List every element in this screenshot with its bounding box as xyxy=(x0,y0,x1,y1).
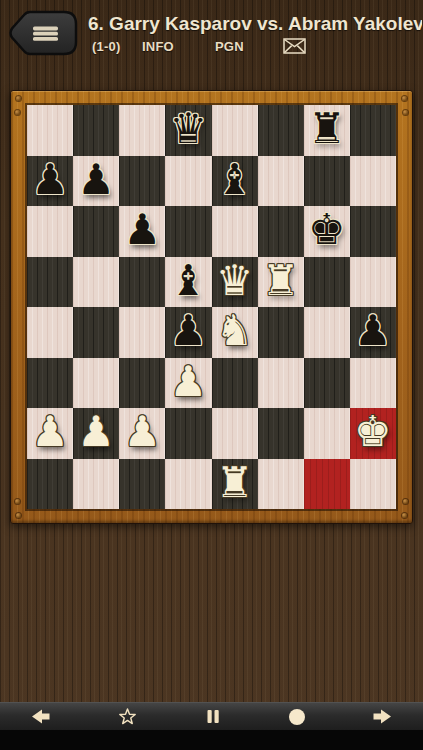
envelope-icon[interactable] xyxy=(283,38,306,54)
favorite-button[interactable] xyxy=(117,707,138,727)
square-a2[interactable]: ♟ xyxy=(27,408,73,459)
piece-white-king: ♚ xyxy=(354,411,392,453)
square-h3[interactable] xyxy=(350,358,396,409)
square-h4[interactable]: ♟ xyxy=(350,307,396,358)
piece-white-queen: ♛ xyxy=(216,260,254,302)
square-c2[interactable]: ♟ xyxy=(119,408,165,459)
square-b4[interactable] xyxy=(73,307,119,358)
record-icon xyxy=(288,708,306,726)
square-e7[interactable]: ♝ xyxy=(212,156,258,207)
piece-black-pawn: ♟ xyxy=(354,310,392,352)
bottom-filler xyxy=(0,730,423,750)
square-d2[interactable] xyxy=(165,408,211,459)
hamburger-menu-icon xyxy=(33,27,58,41)
chess-board-frame: ♛♜♟♟♝♟♚♝♛♜♟♞♟♟♟♟♟♚♜ xyxy=(10,90,413,524)
screw-icon xyxy=(402,96,407,101)
square-b8[interactable] xyxy=(73,105,119,156)
piece-white-pawn: ♟ xyxy=(170,361,208,403)
pause-button[interactable] xyxy=(204,708,222,725)
square-d3[interactable]: ♟ xyxy=(165,358,211,409)
square-h7[interactable] xyxy=(350,156,396,207)
square-h2[interactable]: ♚ xyxy=(350,408,396,459)
pause-icon xyxy=(204,708,222,725)
square-g8[interactable]: ♜ xyxy=(304,105,350,156)
square-d8[interactable]: ♛ xyxy=(165,105,211,156)
square-e4[interactable]: ♞ xyxy=(212,307,258,358)
square-a7[interactable]: ♟ xyxy=(27,156,73,207)
square-a4[interactable] xyxy=(27,307,73,358)
screw-icon xyxy=(15,110,20,115)
square-f4[interactable] xyxy=(258,307,304,358)
square-c3[interactable] xyxy=(119,358,165,409)
square-g7[interactable] xyxy=(304,156,350,207)
piece-black-rook: ♜ xyxy=(308,108,346,150)
square-a1[interactable] xyxy=(27,459,73,510)
piece-white-pawn: ♟ xyxy=(77,411,115,453)
square-e2[interactable] xyxy=(212,408,258,459)
square-g5[interactable] xyxy=(304,257,350,308)
square-g1[interactable] xyxy=(304,459,350,510)
piece-black-bishop: ♝ xyxy=(170,260,208,302)
next-move-button[interactable] xyxy=(372,708,393,725)
square-b1[interactable] xyxy=(73,459,119,510)
square-b5[interactable] xyxy=(73,257,119,308)
square-d4[interactable]: ♟ xyxy=(165,307,211,358)
result-label: (1-0) xyxy=(92,39,120,54)
piece-white-rook: ♜ xyxy=(216,462,254,504)
back-menu-button[interactable] xyxy=(8,10,78,56)
square-h6[interactable] xyxy=(350,206,396,257)
square-g3[interactable] xyxy=(304,358,350,409)
square-f1[interactable] xyxy=(258,459,304,510)
screw-icon xyxy=(403,110,408,115)
square-f2[interactable] xyxy=(258,408,304,459)
screw-icon xyxy=(16,513,21,518)
star-icon xyxy=(117,707,138,727)
square-f5[interactable]: ♜ xyxy=(258,257,304,308)
previous-move-icon xyxy=(30,708,51,725)
square-e6[interactable] xyxy=(212,206,258,257)
square-d7[interactable] xyxy=(165,156,211,207)
square-b2[interactable]: ♟ xyxy=(73,408,119,459)
square-f3[interactable] xyxy=(258,358,304,409)
piece-black-pawn: ♟ xyxy=(77,159,115,201)
tab-info[interactable]: INFO xyxy=(142,39,174,54)
screw-icon xyxy=(16,96,21,101)
piece-black-pawn: ♟ xyxy=(123,209,161,251)
square-d6[interactable] xyxy=(165,206,211,257)
square-e5[interactable]: ♛ xyxy=(212,257,258,308)
square-h5[interactable] xyxy=(350,257,396,308)
square-d5[interactable]: ♝ xyxy=(165,257,211,308)
square-a8[interactable] xyxy=(27,105,73,156)
next-move-icon xyxy=(372,708,393,725)
piece-black-king: ♚ xyxy=(308,209,346,251)
square-c1[interactable] xyxy=(119,459,165,510)
square-b3[interactable] xyxy=(73,358,119,409)
piece-black-pawn: ♟ xyxy=(31,159,69,201)
square-f7[interactable] xyxy=(258,156,304,207)
previous-move-button[interactable] xyxy=(30,708,51,725)
square-g4[interactable] xyxy=(304,307,350,358)
square-c6[interactable]: ♟ xyxy=(119,206,165,257)
square-f8[interactable] xyxy=(258,105,304,156)
piece-white-rook: ♜ xyxy=(262,260,300,302)
chess-board: ♛♜♟♟♝♟♚♝♛♜♟♞♟♟♟♟♟♚♜ xyxy=(27,105,396,509)
piece-white-pawn: ♟ xyxy=(31,411,69,453)
square-b6[interactable] xyxy=(73,206,119,257)
piece-white-pawn: ♟ xyxy=(123,411,161,453)
square-c7[interactable] xyxy=(119,156,165,207)
square-b7[interactable]: ♟ xyxy=(73,156,119,207)
square-h1[interactable] xyxy=(350,459,396,510)
screw-icon xyxy=(402,513,407,518)
piece-black-bishop: ♝ xyxy=(216,159,254,201)
square-c4[interactable] xyxy=(119,307,165,358)
square-g2[interactable] xyxy=(304,408,350,459)
square-f6[interactable] xyxy=(258,206,304,257)
square-e1[interactable]: ♜ xyxy=(212,459,258,510)
square-d1[interactable] xyxy=(165,459,211,510)
square-a5[interactable] xyxy=(27,257,73,308)
square-c5[interactable] xyxy=(119,257,165,308)
page-title: 6. Garry Kasparov vs. Abram Yakolevi... xyxy=(88,13,422,35)
piece-white-knight: ♞ xyxy=(216,310,254,352)
screw-icon xyxy=(403,499,408,504)
record-button[interactable] xyxy=(288,708,306,726)
square-e8[interactable] xyxy=(212,105,258,156)
tab-pgn[interactable]: PGN xyxy=(215,39,244,54)
playback-toolbar xyxy=(0,702,423,730)
square-e3[interactable] xyxy=(212,358,258,409)
screw-icon xyxy=(15,499,20,504)
square-h8[interactable] xyxy=(350,105,396,156)
piece-black-pawn: ♟ xyxy=(170,310,208,352)
square-a6[interactable] xyxy=(27,206,73,257)
square-c8[interactable] xyxy=(119,105,165,156)
square-g6[interactable]: ♚ xyxy=(304,206,350,257)
piece-black-queen: ♛ xyxy=(170,108,208,150)
square-a3[interactable] xyxy=(27,358,73,409)
app-screen: 6. Garry Kasparov vs. Abram Yakolevi... … xyxy=(0,0,423,750)
